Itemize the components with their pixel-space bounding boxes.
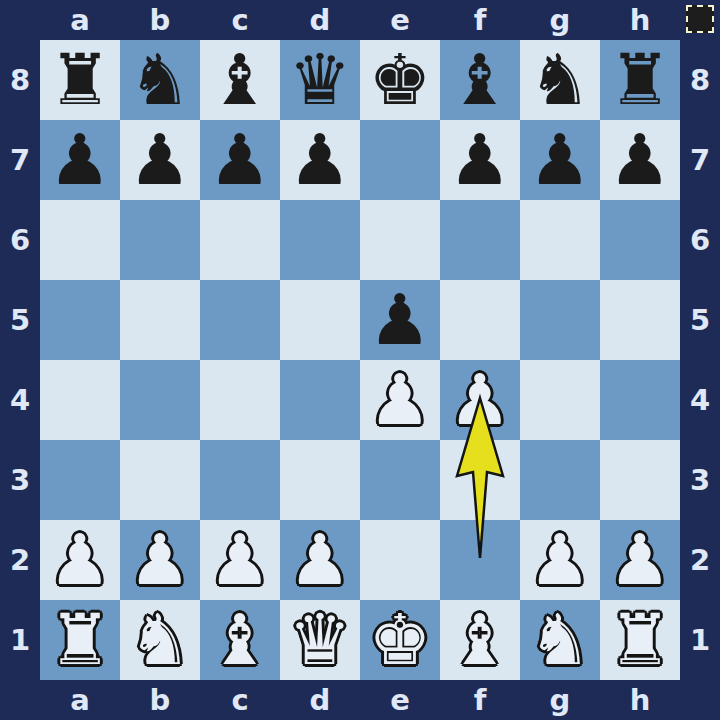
square-h6[interactable]: [600, 200, 680, 280]
white-pawn: ♟: [449, 360, 512, 440]
black-rook: ♜: [49, 40, 112, 120]
black-pawn: ♟: [209, 120, 272, 200]
square-b1[interactable]: ♞: [120, 600, 200, 680]
square-c4[interactable]: [200, 360, 280, 440]
square-a1[interactable]: ♜: [40, 600, 120, 680]
rank-label-2: 2: [680, 520, 720, 600]
file-label-h: h: [600, 0, 680, 40]
file-label-c: c: [200, 680, 280, 720]
black-pawn: ♟: [449, 120, 512, 200]
file-label-a: a: [40, 0, 120, 40]
square-b3[interactable]: [120, 440, 200, 520]
square-f5[interactable]: [440, 280, 520, 360]
square-e8[interactable]: ♚: [360, 40, 440, 120]
square-f8[interactable]: ♝: [440, 40, 520, 120]
square-g6[interactable]: [520, 200, 600, 280]
rank-label-3: 3: [680, 440, 720, 520]
rank-label-7: 7: [680, 120, 720, 200]
file-label-f: f: [440, 0, 520, 40]
square-h7[interactable]: ♟: [600, 120, 680, 200]
black-pawn: ♟: [289, 120, 352, 200]
file-label-e: e: [360, 0, 440, 40]
square-c7[interactable]: ♟: [200, 120, 280, 200]
square-g1[interactable]: ♞: [520, 600, 600, 680]
square-c5[interactable]: [200, 280, 280, 360]
side-to-move-indicator: [686, 5, 714, 33]
square-e3[interactable]: [360, 440, 440, 520]
rank-labels-right: 87654321: [680, 40, 720, 680]
square-c6[interactable]: [200, 200, 280, 280]
square-g7[interactable]: ♟: [520, 120, 600, 200]
square-g2[interactable]: ♟: [520, 520, 600, 600]
rank-labels-left: 87654321: [0, 40, 40, 680]
square-e4[interactable]: ♟: [360, 360, 440, 440]
file-label-b: b: [120, 0, 200, 40]
file-label-e: e: [360, 680, 440, 720]
square-h3[interactable]: [600, 440, 680, 520]
black-bishop: ♝: [449, 40, 512, 120]
rank-label-6: 6: [680, 200, 720, 280]
square-d8[interactable]: ♛: [280, 40, 360, 120]
black-king: ♚: [369, 40, 432, 120]
square-f3[interactable]: [440, 440, 520, 520]
square-d7[interactable]: ♟: [280, 120, 360, 200]
square-f6[interactable]: [440, 200, 520, 280]
white-pawn: ♟: [129, 520, 192, 600]
square-h4[interactable]: [600, 360, 680, 440]
file-label-b: b: [120, 680, 200, 720]
square-c3[interactable]: [200, 440, 280, 520]
square-f2[interactable]: [440, 520, 520, 600]
white-king: ♚: [369, 600, 432, 680]
white-pawn: ♟: [49, 520, 112, 600]
rank-label-4: 4: [0, 360, 40, 440]
file-label-c: c: [200, 0, 280, 40]
square-h8[interactable]: ♜: [600, 40, 680, 120]
black-pawn: ♟: [49, 120, 112, 200]
white-knight: ♞: [529, 600, 592, 680]
square-b4[interactable]: [120, 360, 200, 440]
rank-label-3: 3: [0, 440, 40, 520]
square-e6[interactable]: [360, 200, 440, 280]
square-h2[interactable]: ♟: [600, 520, 680, 600]
square-e7[interactable]: [360, 120, 440, 200]
square-a4[interactable]: [40, 360, 120, 440]
rank-label-6: 6: [0, 200, 40, 280]
black-pawn: ♟: [529, 120, 592, 200]
square-a2[interactable]: ♟: [40, 520, 120, 600]
file-label-a: a: [40, 680, 120, 720]
square-d3[interactable]: [280, 440, 360, 520]
square-d5[interactable]: [280, 280, 360, 360]
file-label-h: h: [600, 680, 680, 720]
square-d1[interactable]: ♛: [280, 600, 360, 680]
square-h1[interactable]: ♜: [600, 600, 680, 680]
rank-label-8: 8: [680, 40, 720, 120]
black-pawn: ♟: [609, 120, 672, 200]
square-d6[interactable]: [280, 200, 360, 280]
file-labels-top: abcdefgh: [40, 0, 680, 40]
square-d4[interactable]: [280, 360, 360, 440]
black-queen: ♛: [289, 40, 352, 120]
rank-label-1: 1: [680, 600, 720, 680]
rank-label-5: 5: [680, 280, 720, 360]
white-pawn: ♟: [369, 360, 432, 440]
file-labels-bottom: abcdefgh: [40, 680, 680, 720]
board: ♜♞♝♛♚♝♞♜♟♟♟♟♟♟♟♟♟♟♟♟♟♟♟♟♜♞♝♛♚♝♞♜: [40, 40, 680, 680]
black-knight: ♞: [529, 40, 592, 120]
file-label-d: d: [280, 680, 360, 720]
square-c8[interactable]: ♝: [200, 40, 280, 120]
white-pawn: ♟: [289, 520, 352, 600]
file-label-d: d: [280, 0, 360, 40]
square-f1[interactable]: ♝: [440, 600, 520, 680]
square-e5[interactable]: ♟: [360, 280, 440, 360]
square-c2[interactable]: ♟: [200, 520, 280, 600]
white-rook: ♜: [609, 600, 672, 680]
chess-diagram: abcdefgh abcdefgh 87654321 87654321 ♜♞♝♛…: [0, 0, 720, 720]
square-f4[interactable]: ♟: [440, 360, 520, 440]
square-g5[interactable]: [520, 280, 600, 360]
square-a8[interactable]: ♜: [40, 40, 120, 120]
rank-label-8: 8: [0, 40, 40, 120]
square-g8[interactable]: ♞: [520, 40, 600, 120]
square-e1[interactable]: ♚: [360, 600, 440, 680]
white-knight: ♞: [129, 600, 192, 680]
square-a7[interactable]: ♟: [40, 120, 120, 200]
black-pawn: ♟: [369, 280, 432, 360]
rank-label-5: 5: [0, 280, 40, 360]
square-c1[interactable]: ♝: [200, 600, 280, 680]
square-e2[interactable]: [360, 520, 440, 600]
white-pawn: ♟: [209, 520, 272, 600]
square-b5[interactable]: [120, 280, 200, 360]
square-b6[interactable]: [120, 200, 200, 280]
square-g4[interactable]: [520, 360, 600, 440]
square-a6[interactable]: [40, 200, 120, 280]
rank-label-2: 2: [0, 520, 40, 600]
file-label-g: g: [520, 0, 600, 40]
square-b2[interactable]: ♟: [120, 520, 200, 600]
square-g3[interactable]: [520, 440, 600, 520]
white-bishop: ♝: [209, 600, 272, 680]
square-a3[interactable]: [40, 440, 120, 520]
square-h5[interactable]: [600, 280, 680, 360]
file-label-g: g: [520, 680, 600, 720]
rank-label-1: 1: [0, 600, 40, 680]
white-rook: ♜: [49, 600, 112, 680]
black-knight: ♞: [129, 40, 192, 120]
square-b8[interactable]: ♞: [120, 40, 200, 120]
black-bishop: ♝: [209, 40, 272, 120]
file-label-f: f: [440, 680, 520, 720]
rank-label-7: 7: [0, 120, 40, 200]
black-rook: ♜: [609, 40, 672, 120]
square-d2[interactable]: ♟: [280, 520, 360, 600]
white-queen: ♛: [289, 600, 352, 680]
white-pawn: ♟: [609, 520, 672, 600]
white-pawn: ♟: [529, 520, 592, 600]
square-b7[interactable]: ♟: [120, 120, 200, 200]
rank-label-4: 4: [680, 360, 720, 440]
square-f7[interactable]: ♟: [440, 120, 520, 200]
black-pawn: ♟: [129, 120, 192, 200]
white-bishop: ♝: [449, 600, 512, 680]
square-a5[interactable]: [40, 280, 120, 360]
